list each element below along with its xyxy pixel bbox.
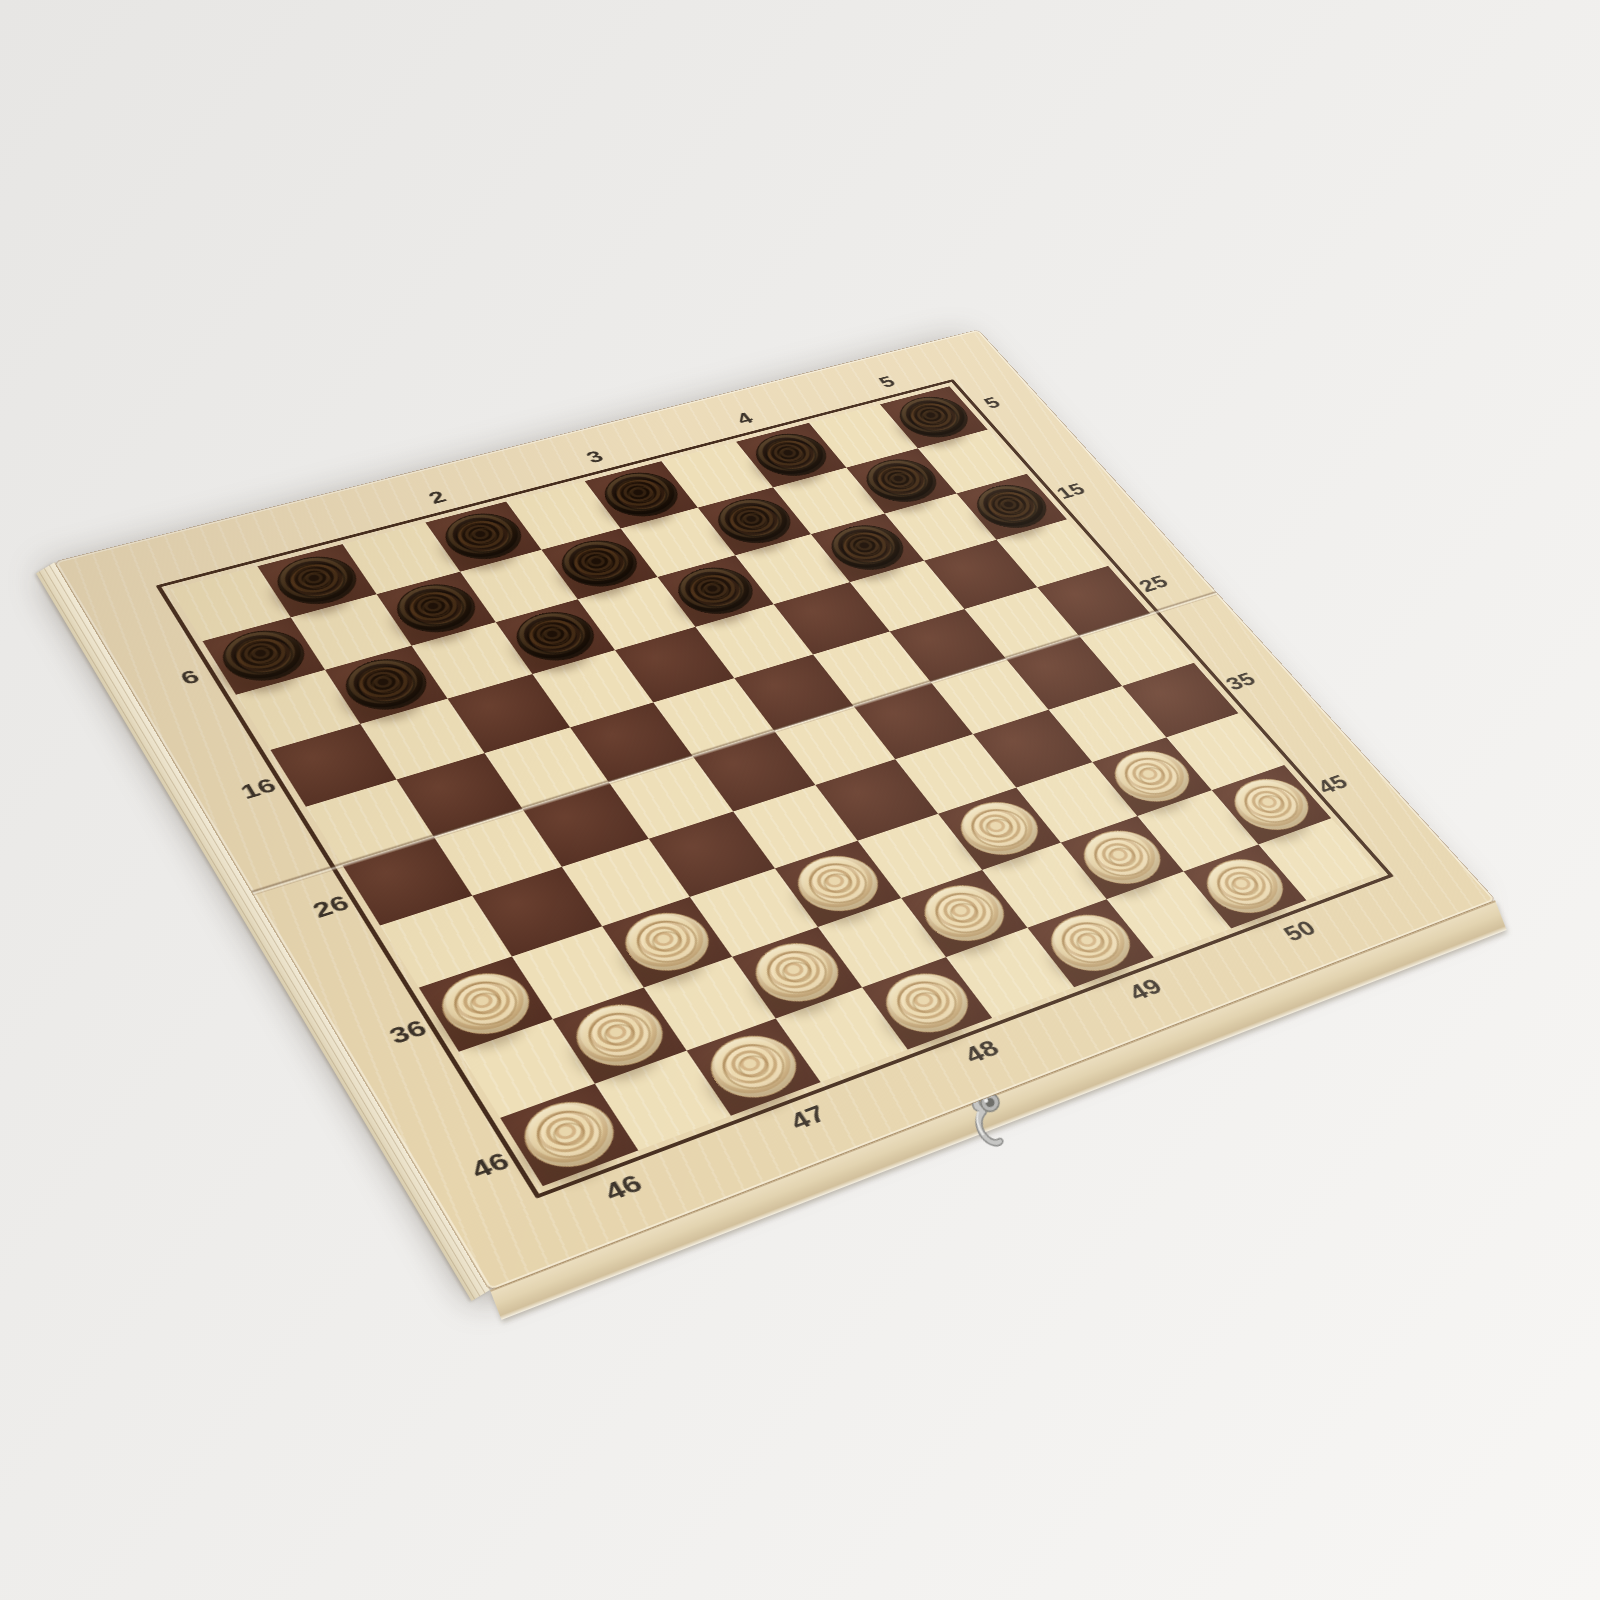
label-bottom-50: 50 xyxy=(1278,915,1322,946)
label-bottom-46: 46 xyxy=(599,1169,648,1207)
label-right-45: 45 xyxy=(1312,770,1354,798)
label-left-26: 26 xyxy=(308,890,354,923)
label-top-3: 3 xyxy=(582,447,608,467)
label-left-36: 36 xyxy=(384,1014,432,1049)
label-right-5: 5 xyxy=(979,393,1005,412)
label-right-15: 15 xyxy=(1051,479,1090,502)
scene: 23455152535456162636464647484950 xyxy=(0,0,1600,1600)
label-bottom-48: 48 xyxy=(958,1034,1004,1068)
label-top-2: 2 xyxy=(424,487,451,508)
label-left-16: 16 xyxy=(236,773,281,804)
label-bottom-49: 49 xyxy=(1123,973,1168,1006)
label-top-4: 4 xyxy=(732,409,758,429)
label-left-6: 6 xyxy=(176,665,204,689)
label-top-5: 5 xyxy=(874,372,900,391)
label-right-25: 25 xyxy=(1134,571,1174,596)
label-right-35: 35 xyxy=(1220,668,1261,694)
label-bottom-47: 47 xyxy=(784,1099,832,1135)
label-left-46: 46 xyxy=(465,1146,514,1184)
